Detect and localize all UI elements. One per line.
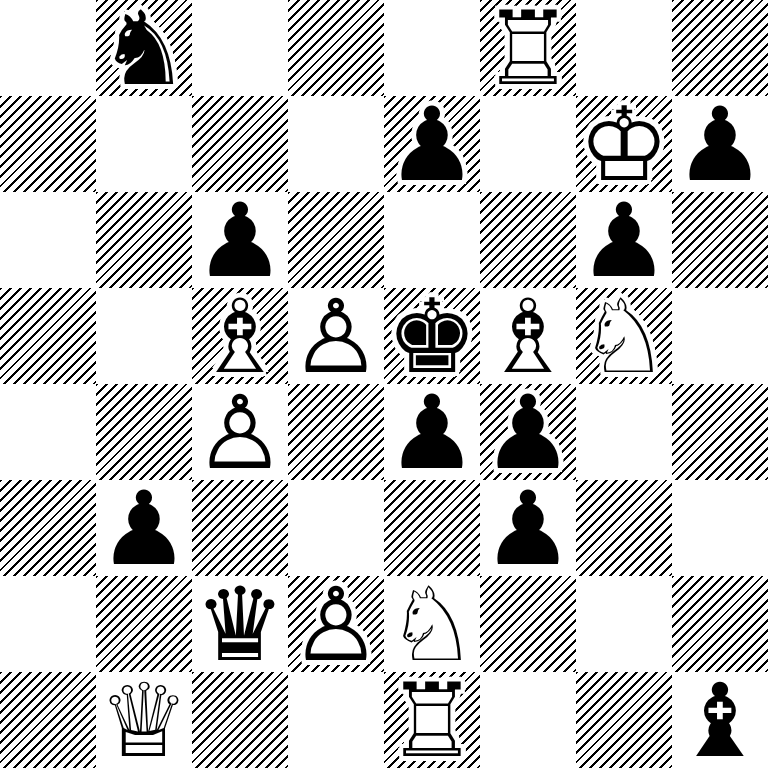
square-a5[interactable]	[0, 288, 96, 384]
square-h6[interactable]	[672, 192, 768, 288]
square-d3[interactable]	[288, 480, 384, 576]
white-knight-halo: ♞	[576, 289, 672, 384]
square-g7[interactable]: ♚♔	[576, 96, 672, 192]
square-e5[interactable]: ♚♚	[384, 288, 480, 384]
piece-white-knight: ♘	[384, 577, 480, 672]
square-c3[interactable]	[192, 480, 288, 576]
piece-white-knight: ♘	[576, 289, 672, 384]
square-a4[interactable]	[0, 384, 96, 480]
piece-white-rook: ♖	[384, 673, 480, 768]
white-rook-halo: ♜	[480, 1, 576, 96]
piece-black-pawn: ♟	[384, 97, 480, 192]
white-pawn-halo: ♟	[288, 289, 384, 384]
square-e8[interactable]	[384, 0, 480, 96]
square-h3[interactable]	[672, 480, 768, 576]
square-d2[interactable]: ♟♙	[288, 576, 384, 672]
black-pawn-halo: ♟	[96, 481, 192, 576]
square-g8[interactable]	[576, 0, 672, 96]
square-g6[interactable]: ♟♟	[576, 192, 672, 288]
piece-black-pawn: ♟	[480, 385, 576, 480]
square-f3[interactable]: ♟♟	[480, 480, 576, 576]
square-d7[interactable]	[288, 96, 384, 192]
white-queen-halo: ♛	[96, 673, 192, 768]
square-b3[interactable]: ♟♟	[96, 480, 192, 576]
piece-black-bishop: ♝	[672, 673, 768, 768]
square-e4[interactable]: ♟♟	[384, 384, 480, 480]
piece-white-pawn: ♙	[288, 577, 384, 672]
square-c5[interactable]: ♝♗	[192, 288, 288, 384]
black-queen-halo: ♛	[192, 577, 288, 672]
black-knight-halo: ♞	[96, 1, 192, 96]
white-rook-halo: ♜	[384, 673, 480, 768]
square-g2[interactable]	[576, 576, 672, 672]
black-pawn-halo: ♟	[672, 97, 768, 192]
square-g3[interactable]	[576, 480, 672, 576]
square-d4[interactable]	[288, 384, 384, 480]
square-d8[interactable]	[288, 0, 384, 96]
black-pawn-halo: ♟	[576, 193, 672, 288]
piece-white-rook: ♖	[480, 1, 576, 96]
piece-white-bishop: ♗	[192, 289, 288, 384]
piece-black-pawn: ♟	[672, 97, 768, 192]
square-d6[interactable]	[288, 192, 384, 288]
square-e3[interactable]	[384, 480, 480, 576]
chess-board: ♞♞♜♖♟♟♚♔♟♟♟♟♟♟♝♗♟♙♚♚♝♗♞♘♟♙♟♟♟♟♟♟♟♟♛♛♟♙♞♘…	[0, 0, 768, 768]
square-g4[interactable]	[576, 384, 672, 480]
square-h5[interactable]	[672, 288, 768, 384]
square-f6[interactable]	[480, 192, 576, 288]
piece-white-pawn: ♙	[192, 385, 288, 480]
square-a7[interactable]	[0, 96, 96, 192]
piece-black-queen: ♛	[192, 577, 288, 672]
white-pawn-halo: ♟	[288, 577, 384, 672]
black-pawn-halo: ♟	[480, 385, 576, 480]
square-c2[interactable]: ♛♛	[192, 576, 288, 672]
square-f1[interactable]	[480, 672, 576, 768]
square-e7[interactable]: ♟♟	[384, 96, 480, 192]
square-a3[interactable]	[0, 480, 96, 576]
square-e6[interactable]	[384, 192, 480, 288]
black-pawn-halo: ♟	[192, 193, 288, 288]
black-pawn-halo: ♟	[480, 481, 576, 576]
black-king-halo: ♚	[384, 289, 480, 384]
square-h1[interactable]: ♝♝	[672, 672, 768, 768]
piece-white-queen: ♕	[96, 673, 192, 768]
black-bishop-halo: ♝	[672, 673, 768, 768]
square-d1[interactable]	[288, 672, 384, 768]
white-bishop-halo: ♝	[480, 289, 576, 384]
square-f5[interactable]: ♝♗	[480, 288, 576, 384]
square-b8[interactable]: ♞♞	[96, 0, 192, 96]
square-b1[interactable]: ♛♕	[96, 672, 192, 768]
square-c6[interactable]: ♟♟	[192, 192, 288, 288]
square-e2[interactable]: ♞♘	[384, 576, 480, 672]
black-pawn-halo: ♟	[384, 385, 480, 480]
piece-black-pawn: ♟	[384, 385, 480, 480]
square-c1[interactable]	[192, 672, 288, 768]
square-f7[interactable]	[480, 96, 576, 192]
white-king-halo: ♚	[576, 97, 672, 192]
square-h4[interactable]	[672, 384, 768, 480]
square-d5[interactable]: ♟♙	[288, 288, 384, 384]
square-a2[interactable]	[0, 576, 96, 672]
square-a1[interactable]	[0, 672, 96, 768]
piece-black-king: ♚	[384, 289, 480, 384]
square-c4[interactable]: ♟♙	[192, 384, 288, 480]
piece-black-pawn: ♟	[96, 481, 192, 576]
piece-white-king: ♔	[576, 97, 672, 192]
square-h7[interactable]: ♟♟	[672, 96, 768, 192]
square-g5[interactable]: ♞♘	[576, 288, 672, 384]
square-f8[interactable]: ♜♖	[480, 0, 576, 96]
piece-black-knight: ♞	[96, 1, 192, 96]
square-c8[interactable]	[192, 0, 288, 96]
square-b5[interactable]	[96, 288, 192, 384]
square-b4[interactable]	[96, 384, 192, 480]
square-b2[interactable]	[96, 576, 192, 672]
square-b6[interactable]	[96, 192, 192, 288]
square-f2[interactable]	[480, 576, 576, 672]
square-c7[interactable]	[192, 96, 288, 192]
piece-black-pawn: ♟	[192, 193, 288, 288]
white-bishop-halo: ♝	[192, 289, 288, 384]
piece-black-pawn: ♟	[480, 481, 576, 576]
square-h8[interactable]	[672, 0, 768, 96]
piece-black-pawn: ♟	[576, 193, 672, 288]
square-e1[interactable]: ♜♖	[384, 672, 480, 768]
square-f4[interactable]: ♟♟	[480, 384, 576, 480]
white-knight-halo: ♞	[384, 577, 480, 672]
piece-white-bishop: ♗	[480, 289, 576, 384]
piece-white-pawn: ♙	[288, 289, 384, 384]
white-pawn-halo: ♟	[192, 385, 288, 480]
black-pawn-halo: ♟	[384, 97, 480, 192]
square-h2[interactable]	[672, 576, 768, 672]
square-b7[interactable]	[96, 96, 192, 192]
square-a8[interactable]	[0, 0, 96, 96]
square-a6[interactable]	[0, 192, 96, 288]
square-g1[interactable]	[576, 672, 672, 768]
